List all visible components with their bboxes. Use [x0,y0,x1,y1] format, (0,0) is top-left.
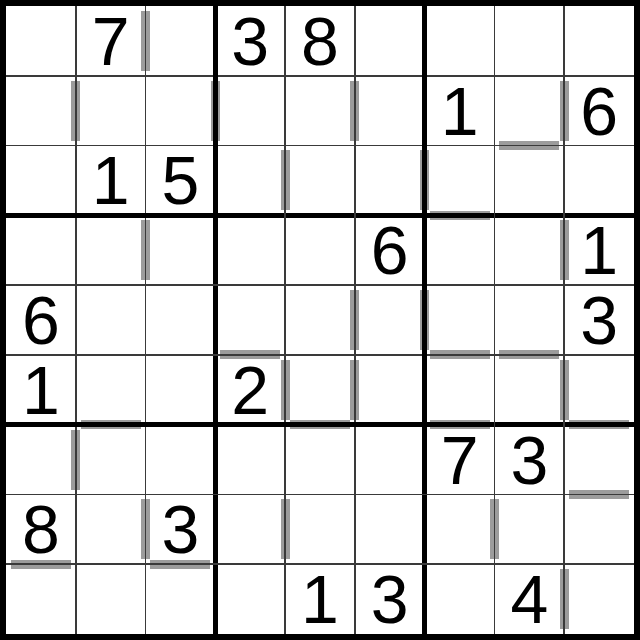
cell-r5c1: 6 [6,285,76,355]
cell-r5c7[interactable] [425,285,495,355]
cell-r8c8[interactable] [494,494,564,564]
cell-r6c8[interactable] [494,355,564,425]
cell-r9c5: 1 [285,564,355,634]
cell-r9c2[interactable] [76,564,146,634]
cell-r3c2: 1 [76,146,146,216]
cell-r7c4[interactable] [215,425,285,495]
cell-r2c8[interactable] [494,76,564,146]
cell-r4c4[interactable] [215,215,285,285]
cell-r9c7[interactable] [425,564,495,634]
cell-r3c1[interactable] [6,146,76,216]
cell-r5c5[interactable] [285,285,355,355]
cell-r7c7: 7 [425,425,495,495]
cell-r5c2[interactable] [76,285,146,355]
cell-r2c2[interactable] [76,76,146,146]
grid-line-vertical-2 [145,6,147,634]
cell-r1c8[interactable] [494,6,564,76]
cell-r3c5[interactable] [285,146,355,216]
grid-line-horizontal-4 [6,284,634,286]
cell-r6c2[interactable] [76,355,146,425]
cell-r3c7[interactable] [425,146,495,216]
cell-r9c6: 3 [355,564,425,634]
cell-r1c5: 8 [285,6,355,76]
cell-r6c9[interactable] [564,355,634,425]
cell-r8c9[interactable] [564,494,634,564]
cell-r4c2[interactable] [76,215,146,285]
grid-line-horizontal-8 [6,563,634,565]
cell-r8c4[interactable] [215,494,285,564]
grid-line-horizontal-1 [6,75,634,77]
cell-r1c2: 7 [76,6,146,76]
cell-r2c7: 1 [425,76,495,146]
cell-r3c3: 5 [146,146,216,216]
grid-line-vertical-3 [213,6,218,634]
cell-r4c5[interactable] [285,215,355,285]
cell-r9c8: 4 [494,564,564,634]
grid-line-vertical-4 [284,6,286,634]
cell-r2c3[interactable] [146,76,216,146]
cell-r4c7[interactable] [425,215,495,285]
cell-r7c3[interactable] [146,425,216,495]
cell-r2c4[interactable] [215,76,285,146]
sudoku-board: 73816156163127383134 [0,0,640,640]
cell-r8c7[interactable] [425,494,495,564]
cell-r9c4[interactable] [215,564,285,634]
grid-line-vertical-5 [354,6,356,634]
grid-line-horizontal-7 [6,494,634,496]
cell-r1c3[interactable] [146,6,216,76]
cell-r6c4: 2 [215,355,285,425]
cell-r9c1[interactable] [6,564,76,634]
cell-r4c1[interactable] [6,215,76,285]
cell-r6c7[interactable] [425,355,495,425]
cell-r1c7[interactable] [425,6,495,76]
cell-r3c6[interactable] [355,146,425,216]
cell-r5c9: 3 [564,285,634,355]
cell-r3c4[interactable] [215,146,285,216]
cell-r4c3[interactable] [146,215,216,285]
grid-line-vertical-1 [75,6,77,634]
cell-r6c1: 1 [6,355,76,425]
cell-r9c9[interactable] [564,564,634,634]
cell-r2c5[interactable] [285,76,355,146]
cell-r8c1: 8 [6,494,76,564]
cell-r6c3[interactable] [146,355,216,425]
cell-r2c9: 6 [564,76,634,146]
cell-r2c6[interactable] [355,76,425,146]
cell-r1c4: 3 [215,6,285,76]
grid-line-vertical-6 [422,6,427,634]
cell-r8c5[interactable] [285,494,355,564]
cell-r4c6: 6 [355,215,425,285]
grid-line-vertical-8 [563,6,565,634]
cell-r1c1[interactable] [6,6,76,76]
cell-r1c6[interactable] [355,6,425,76]
cell-r4c9: 1 [564,215,634,285]
cell-r3c9[interactable] [564,146,634,216]
cell-r5c6[interactable] [355,285,425,355]
cell-r7c9[interactable] [564,425,634,495]
grid-line-horizontal-5 [6,354,634,356]
cell-r7c2[interactable] [76,425,146,495]
cell-r8c2[interactable] [76,494,146,564]
cell-r6c6[interactable] [355,355,425,425]
cell-r4c8[interactable] [494,215,564,285]
cell-r7c6[interactable] [355,425,425,495]
cell-r8c6[interactable] [355,494,425,564]
cell-r6c5[interactable] [285,355,355,425]
cell-r2c1[interactable] [6,76,76,146]
cell-r5c3[interactable] [146,285,216,355]
cell-r5c4[interactable] [215,285,285,355]
cell-r8c3: 3 [146,494,216,564]
cell-r3c8[interactable] [494,146,564,216]
grid-line-vertical-7 [494,6,496,634]
grid-line-horizontal-6 [6,422,634,427]
cell-r7c8: 3 [494,425,564,495]
cell-r5c8[interactable] [494,285,564,355]
cell-r7c1[interactable] [6,425,76,495]
cell-r9c3[interactable] [146,564,216,634]
cell-r7c5[interactable] [285,425,355,495]
grid-line-horizontal-3 [6,213,634,218]
grid-line-horizontal-2 [6,145,634,147]
cell-r1c9[interactable] [564,6,634,76]
